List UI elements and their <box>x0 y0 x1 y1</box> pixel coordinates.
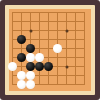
board-point-J6[interactable] <box>80 35 89 44</box>
board-point-A4[interactable] <box>8 53 17 62</box>
board-point-G9[interactable] <box>62 8 71 17</box>
board-point-E8[interactable] <box>44 17 53 26</box>
board-point-F3[interactable] <box>53 62 62 71</box>
white-stone <box>8 62 17 71</box>
board-point-J5[interactable] <box>80 44 89 53</box>
board-point-D2[interactable] <box>35 71 44 80</box>
board-point-B8[interactable] <box>17 17 26 26</box>
board-frame <box>0 0 100 100</box>
board-point-B3[interactable] <box>17 62 26 71</box>
board-point-F4[interactable] <box>53 53 62 62</box>
board-point-B4[interactable] <box>17 53 26 62</box>
board-point-H9[interactable] <box>71 8 80 17</box>
board-point-A3[interactable] <box>8 62 17 71</box>
board-point-E4[interactable] <box>44 53 53 62</box>
board-point-A1[interactable] <box>8 80 17 89</box>
board-point-C7[interactable] <box>26 26 35 35</box>
board-point-D8[interactable] <box>35 17 44 26</box>
board-point-F1[interactable] <box>53 80 62 89</box>
board-point-G7[interactable] <box>62 26 71 35</box>
white-stone <box>53 44 62 53</box>
board-point-J2[interactable] <box>80 71 89 80</box>
board-point-C5[interactable] <box>26 44 35 53</box>
board-point-D7[interactable] <box>35 26 44 35</box>
board-point-G1[interactable] <box>62 80 71 89</box>
board-point-C4[interactable] <box>26 53 35 62</box>
go-board <box>9 9 91 91</box>
black-stone <box>26 62 35 71</box>
black-stone <box>17 35 26 44</box>
black-stone <box>17 53 26 62</box>
board-point-H8[interactable] <box>71 17 80 26</box>
board-point-E9[interactable] <box>44 8 53 17</box>
white-stone <box>17 71 26 80</box>
board-point-E1[interactable] <box>44 80 53 89</box>
board-point-J1[interactable] <box>80 80 89 89</box>
board-point-C2[interactable] <box>26 71 35 80</box>
board-point-D1[interactable] <box>35 80 44 89</box>
board-point-E5[interactable] <box>44 44 53 53</box>
board-point-F9[interactable] <box>53 8 62 17</box>
board-point-J3[interactable] <box>80 62 89 71</box>
board-point-J9[interactable] <box>80 8 89 17</box>
board-point-F6[interactable] <box>53 35 62 44</box>
board-point-H5[interactable] <box>71 44 80 53</box>
board-point-A6[interactable] <box>8 35 17 44</box>
black-stone <box>35 62 44 71</box>
board-point-D5[interactable] <box>35 44 44 53</box>
board-point-G8[interactable] <box>62 17 71 26</box>
board-point-H2[interactable] <box>71 71 80 80</box>
board-point-H7[interactable] <box>71 26 80 35</box>
board-point-G6[interactable] <box>62 35 71 44</box>
white-stone <box>26 53 35 62</box>
board-point-B5[interactable] <box>17 44 26 53</box>
board-point-F8[interactable] <box>53 17 62 26</box>
board-point-A5[interactable] <box>8 44 17 53</box>
board-point-D3[interactable] <box>35 62 44 71</box>
white-stone <box>26 71 35 80</box>
board-point-C9[interactable] <box>26 8 35 17</box>
board-point-H6[interactable] <box>71 35 80 44</box>
black-stone <box>26 44 35 53</box>
board-point-B7[interactable] <box>17 26 26 35</box>
white-stone <box>35 53 44 62</box>
board-point-C8[interactable] <box>26 17 35 26</box>
board-point-C3[interactable] <box>26 62 35 71</box>
board-point-D6[interactable] <box>35 35 44 44</box>
board-point-G5[interactable] <box>62 44 71 53</box>
board-point-F2[interactable] <box>53 71 62 80</box>
board-point-D9[interactable] <box>35 8 44 17</box>
board-point-G3[interactable] <box>62 62 71 71</box>
board-point-H1[interactable] <box>71 80 80 89</box>
board-point-C6[interactable] <box>26 35 35 44</box>
board-point-J8[interactable] <box>80 17 89 26</box>
white-stone <box>17 80 26 89</box>
board-point-A7[interactable] <box>8 26 17 35</box>
board-point-D4[interactable] <box>35 53 44 62</box>
board-point-G2[interactable] <box>62 71 71 80</box>
black-stone <box>44 62 53 71</box>
board-point-H3[interactable] <box>71 62 80 71</box>
board-point-J4[interactable] <box>80 53 89 62</box>
stone-grid <box>8 8 89 89</box>
board-point-E2[interactable] <box>44 71 53 80</box>
board-point-G4[interactable] <box>62 53 71 62</box>
white-stone <box>26 80 35 89</box>
board-point-A8[interactable] <box>8 17 17 26</box>
board-point-H4[interactable] <box>71 53 80 62</box>
board-point-E7[interactable] <box>44 26 53 35</box>
board-point-B6[interactable] <box>17 35 26 44</box>
board-rim <box>5 5 95 95</box>
board-point-C1[interactable] <box>26 80 35 89</box>
board-point-F7[interactable] <box>53 26 62 35</box>
board-point-B9[interactable] <box>17 8 26 17</box>
board-point-F5[interactable] <box>53 44 62 53</box>
board-point-B1[interactable] <box>17 80 26 89</box>
board-point-E6[interactable] <box>44 35 53 44</box>
board-point-J7[interactable] <box>80 26 89 35</box>
board-point-E3[interactable] <box>44 62 53 71</box>
board-point-B2[interactable] <box>17 71 26 80</box>
board-point-A2[interactable] <box>8 71 17 80</box>
board-point-A9[interactable] <box>8 8 17 17</box>
